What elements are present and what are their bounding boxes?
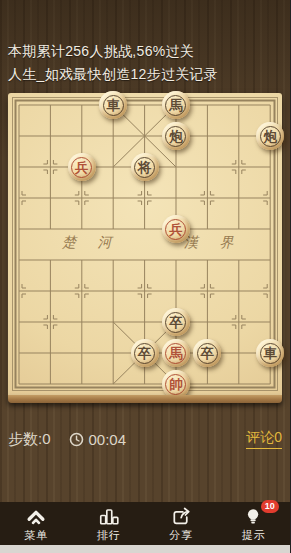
chevron-double-up-icon	[25, 506, 47, 526]
piece-black-車[interactable]: 車	[99, 91, 127, 119]
nav-share-button[interactable]: 分享	[145, 502, 218, 545]
piece-black-車[interactable]: 車	[256, 339, 284, 367]
piece-black-将[interactable]: 将	[131, 153, 159, 181]
bar-chart-icon	[98, 506, 120, 526]
comments-count: 0	[274, 429, 282, 445]
piece-black-馬[interactable]: 馬	[162, 91, 190, 119]
record-holder-text: 人生_如戏最快创造12步过关记录	[8, 63, 218, 86]
board-bottom-edge	[8, 395, 282, 403]
step-count-value: 0	[42, 430, 50, 447]
nav-hint-label: 提示	[242, 528, 266, 543]
nav-share-label: 分享	[169, 528, 193, 543]
home-indicator-area	[0, 545, 290, 553]
nav-menu-button[interactable]: 菜单	[0, 502, 73, 545]
app-screen: 本期累计256人挑战,56%过关 人生_如戏最快创造12步过关记录 楚 河 漢 …	[0, 0, 290, 553]
piece-red-馬[interactable]: 馬	[162, 339, 190, 367]
nav-hint-button[interactable]: 10 提示	[218, 502, 291, 545]
timer-value: 00:04	[89, 431, 127, 448]
piece-black-卒[interactable]: 卒	[193, 339, 221, 367]
share-icon	[170, 506, 192, 526]
challenge-stats-text: 本期累计256人挑战,56%过关	[8, 40, 218, 63]
bottom-nav-bar: 菜单 排行 分享	[0, 502, 290, 545]
clock-icon	[69, 432, 84, 447]
nav-ranking-label: 排行	[97, 528, 121, 543]
hint-count-badge: 10	[261, 500, 279, 513]
piece-red-帥[interactable]: 帥	[162, 370, 190, 398]
piece-red-兵[interactable]: 兵	[68, 153, 96, 181]
piece-black-卒[interactable]: 卒	[162, 308, 190, 336]
step-counter: 步数:0	[8, 430, 51, 449]
xiangqi-board[interactable]: 楚 河 漢 界 車馬炮炮兵将兵卒卒馬卒車帥	[8, 93, 282, 395]
pieces-grid: 車馬炮炮兵将兵卒卒馬卒車帥	[3, 90, 286, 400]
piece-black-炮[interactable]: 炮	[256, 122, 284, 150]
piece-black-卒[interactable]: 卒	[131, 339, 159, 367]
nav-ranking-button[interactable]: 排行	[73, 502, 146, 545]
challenge-header: 本期累计256人挑战,56%过关 人生_如戏最快创造12步过关记录	[8, 40, 218, 86]
piece-black-炮[interactable]: 炮	[162, 122, 190, 150]
comments-link[interactable]: 评论0	[246, 429, 282, 449]
status-row: 步数:0 00:04 评论0	[8, 429, 282, 449]
lightbulb-icon: 10	[243, 506, 265, 526]
nav-menu-label: 菜单	[24, 528, 48, 543]
piece-red-兵[interactable]: 兵	[162, 215, 190, 243]
